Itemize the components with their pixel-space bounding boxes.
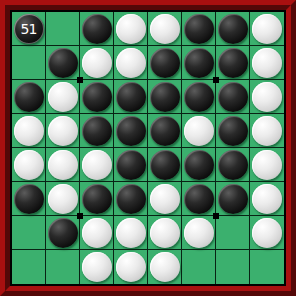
board-cell-b1[interactable] [46,12,80,46]
white-disc [48,116,78,146]
white-disc [252,218,282,248]
board-cell-g4[interactable] [216,114,250,148]
board-cell-g8[interactable] [216,250,250,284]
board-cell-a3[interactable] [12,80,46,114]
white-disc [116,252,146,282]
board-cell-c8[interactable] [80,250,114,284]
board-cell-d6[interactable] [114,182,148,216]
board-cell-g1[interactable] [216,12,250,46]
board-cell-e7[interactable] [148,216,182,250]
star-point [213,213,219,219]
black-disc: 51 [14,14,44,44]
black-disc [116,116,146,146]
othello-board: 51 [10,10,286,286]
board-cell-d3[interactable] [114,80,148,114]
board-cell-h4[interactable] [250,114,284,148]
board-cell-e1[interactable] [148,12,182,46]
board-cell-c2[interactable] [80,46,114,80]
black-disc [150,116,180,146]
white-disc [150,252,180,282]
board-cell-e6[interactable] [148,182,182,216]
board-cell-e3[interactable] [148,80,182,114]
black-disc [14,184,44,214]
board-cell-a6[interactable] [12,182,46,216]
black-disc [48,48,78,78]
board-frame: 51 [0,0,296,296]
board-cell-f6[interactable] [182,182,216,216]
star-point [213,77,219,83]
board-cell-g5[interactable] [216,148,250,182]
black-disc [218,116,248,146]
black-disc [82,184,112,214]
black-disc [116,150,146,180]
white-disc [116,48,146,78]
board-cell-b6[interactable] [46,182,80,216]
board-cell-b7[interactable] [46,216,80,250]
board-cell-f5[interactable] [182,148,216,182]
black-disc [14,82,44,112]
board-cell-c4[interactable] [80,114,114,148]
board-cell-e2[interactable] [148,46,182,80]
white-disc [14,150,44,180]
black-disc [218,14,248,44]
board-cell-h1[interactable] [250,12,284,46]
black-disc [48,218,78,248]
black-disc [150,48,180,78]
board-cell-a8[interactable] [12,250,46,284]
white-disc [252,82,282,112]
star-point [77,213,83,219]
board-cell-e4[interactable] [148,114,182,148]
white-disc [150,14,180,44]
black-disc [184,14,214,44]
board-cell-d5[interactable] [114,148,148,182]
board-cell-d2[interactable] [114,46,148,80]
board-cell-h5[interactable] [250,148,284,182]
black-disc [116,82,146,112]
board-cell-e5[interactable] [148,148,182,182]
black-disc [184,184,214,214]
board-cell-b3[interactable] [46,80,80,114]
white-disc [82,252,112,282]
board-cell-a1[interactable]: 51 [12,12,46,46]
black-disc [150,82,180,112]
board-cell-f7[interactable] [182,216,216,250]
board-cell-b2[interactable] [46,46,80,80]
white-disc [14,116,44,146]
white-disc [184,218,214,248]
board-cell-g6[interactable] [216,182,250,216]
white-disc [252,184,282,214]
board-cell-g7[interactable] [216,216,250,250]
white-disc [82,150,112,180]
board-cell-a2[interactable] [12,46,46,80]
board-cell-a4[interactable] [12,114,46,148]
board-cell-h8[interactable] [250,250,284,284]
board-cell-d8[interactable] [114,250,148,284]
board-cell-h3[interactable] [250,80,284,114]
black-disc [184,48,214,78]
board-cell-f4[interactable] [182,114,216,148]
board-cell-f1[interactable] [182,12,216,46]
board-cell-h6[interactable] [250,182,284,216]
board-cell-f2[interactable] [182,46,216,80]
board-cell-c3[interactable] [80,80,114,114]
black-disc [218,82,248,112]
white-disc [252,150,282,180]
black-disc [218,150,248,180]
board-cell-d1[interactable] [114,12,148,46]
board-cell-a5[interactable] [12,148,46,182]
black-disc [116,184,146,214]
board-cell-c7[interactable] [80,216,114,250]
board-cell-f3[interactable] [182,80,216,114]
white-disc [48,82,78,112]
board-cell-h7[interactable] [250,216,284,250]
star-point [77,77,83,83]
black-disc [82,116,112,146]
move-number-label: 51 [21,22,37,36]
board-cell-h2[interactable] [250,46,284,80]
white-disc [252,116,282,146]
white-disc [150,218,180,248]
black-disc [218,48,248,78]
board-cell-b8[interactable] [46,250,80,284]
white-disc [48,184,78,214]
board-cell-b4[interactable] [46,114,80,148]
white-disc [82,218,112,248]
board-cell-g2[interactable] [216,46,250,80]
white-disc [116,14,146,44]
board-cell-c5[interactable] [80,148,114,182]
black-disc [218,184,248,214]
board-cell-f8[interactable] [182,250,216,284]
board-cell-g3[interactable] [216,80,250,114]
black-disc [150,150,180,180]
black-disc [184,150,214,180]
board-cell-a7[interactable] [12,216,46,250]
board-cell-d4[interactable] [114,114,148,148]
black-disc [82,82,112,112]
black-disc [184,82,214,112]
white-disc [116,218,146,248]
white-disc [252,14,282,44]
board-cell-c1[interactable] [80,12,114,46]
white-disc [150,184,180,214]
board-cell-e8[interactable] [148,250,182,284]
white-disc [82,48,112,78]
board-cell-b5[interactable] [46,148,80,182]
board-cell-c6[interactable] [80,182,114,216]
white-disc [252,48,282,78]
black-disc [82,14,112,44]
board-cell-d7[interactable] [114,216,148,250]
white-disc [184,116,214,146]
white-disc [48,150,78,180]
